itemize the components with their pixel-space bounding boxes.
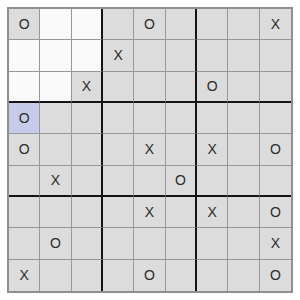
cell-r6c4 xyxy=(103,166,134,197)
cell-r4c8 xyxy=(228,103,259,134)
cell-r3c3: X xyxy=(72,72,103,103)
cell-r7c5: X xyxy=(134,197,165,228)
cell-r5c7: X xyxy=(197,134,228,165)
x-mark: X xyxy=(271,236,280,250)
cell-r7c1 xyxy=(9,197,40,228)
cell-r6c2: X xyxy=(40,166,71,197)
cell-r5c6 xyxy=(166,134,197,165)
cell-r4c2 xyxy=(40,103,71,134)
cell-r9c4 xyxy=(103,260,134,291)
cell-r8c8 xyxy=(228,228,259,259)
o-mark: O xyxy=(270,142,281,156)
cell-r1c4 xyxy=(103,9,134,40)
cell-r8c3 xyxy=(72,228,103,259)
cell-r9c5: O xyxy=(134,260,165,291)
cell-r4c9 xyxy=(260,103,291,134)
o-mark: O xyxy=(270,268,281,282)
page: OOXXXOOOXXOXOXXOOXXOO xyxy=(0,0,300,300)
cell-r5c4 xyxy=(103,134,134,165)
cell-r3c8 xyxy=(228,72,259,103)
cell-r6c5 xyxy=(134,166,165,197)
cell-r5c5: X xyxy=(134,134,165,165)
cell-r2c6 xyxy=(166,40,197,71)
cell-r3c5 xyxy=(134,72,165,103)
o-mark: O xyxy=(207,79,218,93)
cell-r9c7 xyxy=(197,260,228,291)
cell-r1c9: X xyxy=(260,9,291,40)
cell-r4c4 xyxy=(103,103,134,134)
o-mark: O xyxy=(19,142,30,156)
cell-r8c9: X xyxy=(260,228,291,259)
o-mark: O xyxy=(175,173,186,187)
cell-r7c8 xyxy=(228,197,259,228)
cell-r8c4 xyxy=(103,228,134,259)
cell-r7c7: X xyxy=(197,197,228,228)
cell-r6c7 xyxy=(197,166,228,197)
o-mark: O xyxy=(144,268,155,282)
o-mark: O xyxy=(144,17,155,31)
cell-r7c6 xyxy=(166,197,197,228)
cell-r6c8 xyxy=(228,166,259,197)
cell-r9c3 xyxy=(72,260,103,291)
x-mark: X xyxy=(51,173,60,187)
cell-r9c2 xyxy=(40,260,71,291)
x-mark: X xyxy=(145,142,154,156)
cell-r2c9 xyxy=(260,40,291,71)
cell-r6c3 xyxy=(72,166,103,197)
cell-r4c1: O xyxy=(9,103,40,134)
cell-r1c2[interactable] xyxy=(40,9,71,40)
cell-r2c1[interactable] xyxy=(9,40,40,71)
cell-r6c9 xyxy=(260,166,291,197)
cell-r5c2 xyxy=(40,134,71,165)
ultimate-tic-tac-toe-board: OOXXXOOOXXOXOXXOOXXOO xyxy=(7,7,293,293)
o-mark: O xyxy=(19,17,30,31)
x-mark: X xyxy=(113,48,122,62)
cell-r4c6 xyxy=(166,103,197,134)
cell-r5c8 xyxy=(228,134,259,165)
cell-r7c4 xyxy=(103,197,134,228)
o-mark: O xyxy=(19,111,30,125)
x-mark: X xyxy=(19,268,28,282)
cell-r4c5 xyxy=(134,103,165,134)
cell-r8c7 xyxy=(197,228,228,259)
x-mark: X xyxy=(207,142,216,156)
cell-r5c3 xyxy=(72,134,103,165)
cell-r2c8 xyxy=(228,40,259,71)
cell-r8c6 xyxy=(166,228,197,259)
cell-r3c2[interactable] xyxy=(40,72,71,103)
cell-r1c5: O xyxy=(134,9,165,40)
cell-r9c9: O xyxy=(260,260,291,291)
cell-r2c7 xyxy=(197,40,228,71)
o-mark: O xyxy=(270,205,281,219)
cell-r4c3 xyxy=(72,103,103,134)
x-mark: X xyxy=(271,17,280,31)
cell-r2c2[interactable] xyxy=(40,40,71,71)
cell-r3c1[interactable] xyxy=(9,72,40,103)
cell-r4c7 xyxy=(197,103,228,134)
cell-r1c6 xyxy=(166,9,197,40)
o-mark: O xyxy=(50,236,61,250)
cell-r5c1: O xyxy=(9,134,40,165)
x-mark: X xyxy=(82,79,91,93)
cell-r2c4: X xyxy=(103,40,134,71)
cell-r7c2 xyxy=(40,197,71,228)
cell-r2c3[interactable] xyxy=(72,40,103,71)
cell-r8c5 xyxy=(134,228,165,259)
cell-r3c4 xyxy=(103,72,134,103)
cell-r3c7: O xyxy=(197,72,228,103)
cell-r1c8 xyxy=(228,9,259,40)
cell-r7c3 xyxy=(72,197,103,228)
cell-r3c6 xyxy=(166,72,197,103)
cell-r9c6 xyxy=(166,260,197,291)
cell-r9c1: X xyxy=(9,260,40,291)
cell-r1c3[interactable] xyxy=(72,9,103,40)
cell-r8c2: O xyxy=(40,228,71,259)
cell-r8c1 xyxy=(9,228,40,259)
cell-r5c9: O xyxy=(260,134,291,165)
cell-r2c5 xyxy=(134,40,165,71)
x-mark: X xyxy=(145,205,154,219)
cell-r7c9: O xyxy=(260,197,291,228)
x-mark: X xyxy=(207,205,216,219)
cell-r1c7 xyxy=(197,9,228,40)
cell-r1c1: O xyxy=(9,9,40,40)
cell-r9c8 xyxy=(228,260,259,291)
cell-r6c1 xyxy=(9,166,40,197)
cell-r6c6: O xyxy=(166,166,197,197)
cell-r3c9 xyxy=(260,72,291,103)
